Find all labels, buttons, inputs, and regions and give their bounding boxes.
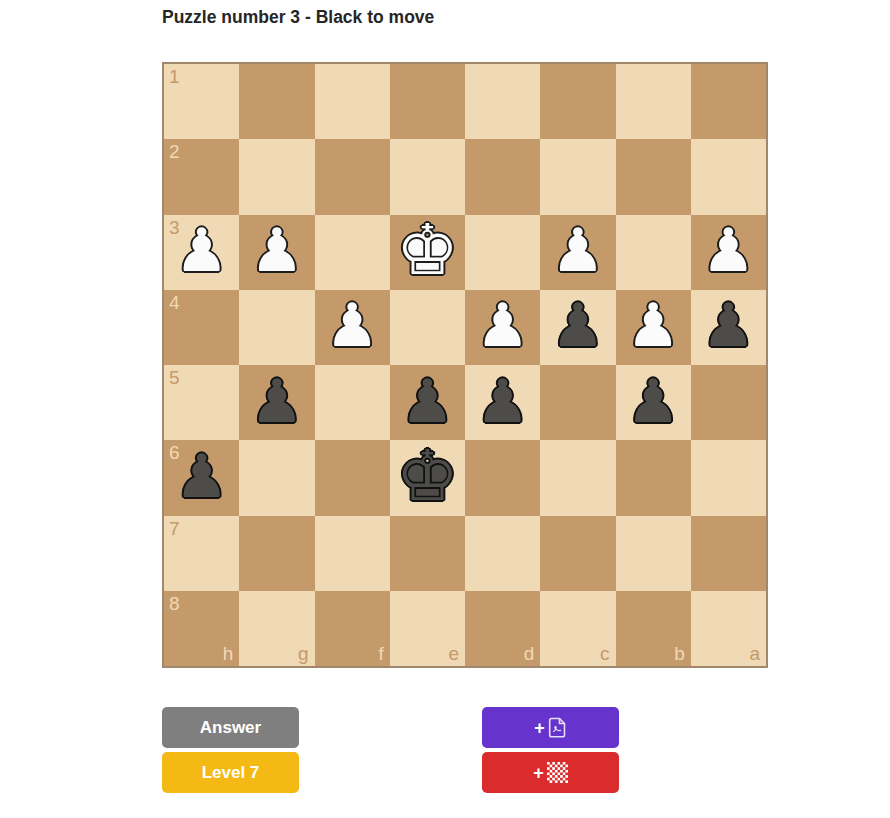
file-label-d: d bbox=[524, 644, 535, 663]
square-c4[interactable]: ♟ bbox=[540, 290, 615, 365]
file-label-g: g bbox=[298, 644, 309, 663]
square-f2[interactable] bbox=[315, 139, 390, 214]
square-h7[interactable]: 7 bbox=[164, 516, 239, 591]
square-b7[interactable] bbox=[616, 516, 691, 591]
add-board-button[interactable]: + bbox=[482, 752, 619, 793]
square-h3[interactable]: 3♟ bbox=[164, 215, 239, 290]
black-king[interactable]: ♚ bbox=[396, 441, 459, 511]
square-c5[interactable] bbox=[540, 365, 615, 440]
square-g3[interactable]: ♟ bbox=[239, 215, 314, 290]
rank-label-1: 1 bbox=[169, 67, 180, 86]
square-b4[interactable]: ♟ bbox=[616, 290, 691, 365]
square-d7[interactable] bbox=[465, 516, 540, 591]
square-g2[interactable] bbox=[239, 139, 314, 214]
square-h8[interactable]: 8h bbox=[164, 591, 239, 666]
square-b1[interactable] bbox=[616, 64, 691, 139]
square-c7[interactable] bbox=[540, 516, 615, 591]
black-pawn[interactable]: ♟ bbox=[175, 446, 229, 506]
square-f4[interactable]: ♟ bbox=[315, 290, 390, 365]
square-e3[interactable]: ♚ bbox=[390, 215, 465, 290]
square-g6[interactable] bbox=[239, 440, 314, 515]
square-d3[interactable] bbox=[465, 215, 540, 290]
square-g7[interactable] bbox=[239, 516, 314, 591]
square-d4[interactable]: ♟ bbox=[465, 290, 540, 365]
square-e2[interactable] bbox=[390, 139, 465, 214]
white-pawn[interactable]: ♟ bbox=[325, 295, 379, 355]
answer-button-label: Answer bbox=[200, 718, 261, 738]
square-b3[interactable] bbox=[616, 215, 691, 290]
square-a6[interactable] bbox=[691, 440, 766, 515]
square-g5[interactable]: ♟ bbox=[239, 365, 314, 440]
white-pawn[interactable]: ♟ bbox=[476, 295, 530, 355]
square-f1[interactable] bbox=[315, 64, 390, 139]
black-pawn[interactable]: ♟ bbox=[701, 295, 755, 355]
black-pawn[interactable]: ♟ bbox=[551, 295, 605, 355]
chessboard-icon bbox=[547, 762, 568, 783]
rank-label-2: 2 bbox=[169, 142, 180, 161]
black-pawn[interactable]: ♟ bbox=[476, 371, 530, 431]
square-a4[interactable]: ♟ bbox=[691, 290, 766, 365]
square-a3[interactable]: ♟ bbox=[691, 215, 766, 290]
file-label-c: c bbox=[600, 644, 610, 663]
page-title: Puzzle number 3 - Black to move bbox=[162, 7, 434, 28]
square-f3[interactable] bbox=[315, 215, 390, 290]
file-label-f: f bbox=[378, 644, 383, 663]
square-a8[interactable]: a bbox=[691, 591, 766, 666]
white-pawn[interactable]: ♟ bbox=[626, 295, 680, 355]
square-g1[interactable] bbox=[239, 64, 314, 139]
square-e4[interactable] bbox=[390, 290, 465, 365]
square-b6[interactable] bbox=[616, 440, 691, 515]
square-f8[interactable]: f bbox=[315, 591, 390, 666]
level-button[interactable]: Level 7 bbox=[162, 752, 299, 793]
square-b8[interactable]: b bbox=[616, 591, 691, 666]
square-c3[interactable]: ♟ bbox=[540, 215, 615, 290]
square-d1[interactable] bbox=[465, 64, 540, 139]
puzzle-page: Puzzle number 3 - Black to move 123♟♟♚♟♟… bbox=[0, 0, 890, 818]
square-e8[interactable]: e bbox=[390, 591, 465, 666]
square-h5[interactable]: 5 bbox=[164, 365, 239, 440]
file-label-e: e bbox=[448, 644, 459, 663]
controls-area: Answer Level 7 + + bbox=[162, 707, 768, 797]
square-d6[interactable] bbox=[465, 440, 540, 515]
square-h1[interactable]: 1 bbox=[164, 64, 239, 139]
square-b2[interactable] bbox=[616, 139, 691, 214]
chess-board: 123♟♟♚♟♟4♟♟♟♟♟5♟♟♟♟6♟♚78hgfedcba bbox=[162, 62, 768, 668]
square-b5[interactable]: ♟ bbox=[616, 365, 691, 440]
rank-label-7: 7 bbox=[169, 519, 180, 538]
square-d2[interactable] bbox=[465, 139, 540, 214]
square-d5[interactable]: ♟ bbox=[465, 365, 540, 440]
rank-label-4: 4 bbox=[169, 293, 180, 312]
square-a5[interactable] bbox=[691, 365, 766, 440]
white-pawn[interactable]: ♟ bbox=[551, 220, 605, 280]
plus-sign: + bbox=[533, 764, 544, 782]
rank-label-5: 5 bbox=[169, 368, 180, 387]
black-pawn[interactable]: ♟ bbox=[250, 371, 304, 431]
square-c2[interactable] bbox=[540, 139, 615, 214]
white-king[interactable]: ♚ bbox=[396, 215, 459, 285]
file-label-a: a bbox=[749, 644, 760, 663]
file-label-b: b bbox=[674, 644, 685, 663]
square-f5[interactable] bbox=[315, 365, 390, 440]
white-pawn[interactable]: ♟ bbox=[250, 220, 304, 280]
square-e5[interactable]: ♟ bbox=[390, 365, 465, 440]
square-h4[interactable]: 4 bbox=[164, 290, 239, 365]
rank-label-8: 8 bbox=[169, 594, 180, 613]
square-e7[interactable] bbox=[390, 516, 465, 591]
square-f6[interactable] bbox=[315, 440, 390, 515]
square-c1[interactable] bbox=[540, 64, 615, 139]
square-g4[interactable] bbox=[239, 290, 314, 365]
square-f7[interactable] bbox=[315, 516, 390, 591]
square-c8[interactable]: c bbox=[540, 591, 615, 666]
square-h6[interactable]: 6♟ bbox=[164, 440, 239, 515]
square-g8[interactable]: g bbox=[239, 591, 314, 666]
black-pawn[interactable]: ♟ bbox=[400, 371, 454, 431]
square-e1[interactable] bbox=[390, 64, 465, 139]
square-d8[interactable]: d bbox=[465, 591, 540, 666]
square-h2[interactable]: 2 bbox=[164, 139, 239, 214]
file-label-h: h bbox=[223, 644, 234, 663]
square-c6[interactable] bbox=[540, 440, 615, 515]
white-pawn[interactable]: ♟ bbox=[701, 220, 755, 280]
black-pawn[interactable]: ♟ bbox=[626, 371, 680, 431]
pdf-file-icon bbox=[548, 717, 567, 738]
answer-button[interactable]: Answer bbox=[162, 707, 299, 748]
plus-sign: + bbox=[534, 719, 545, 737]
square-a1[interactable] bbox=[691, 64, 766, 139]
level-button-label: Level 7 bbox=[202, 763, 260, 783]
add-pdf-button[interactable]: + bbox=[482, 707, 619, 748]
square-e6[interactable]: ♚ bbox=[390, 440, 465, 515]
square-a7[interactable] bbox=[691, 516, 766, 591]
white-pawn[interactable]: ♟ bbox=[175, 220, 229, 280]
square-a2[interactable] bbox=[691, 139, 766, 214]
